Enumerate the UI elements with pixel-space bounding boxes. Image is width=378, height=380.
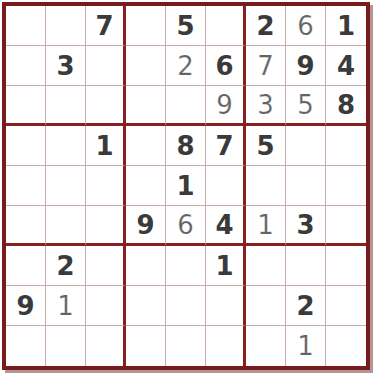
cell-r3c3[interactable] [86, 86, 126, 126]
cell-r4c1[interactable] [6, 126, 46, 166]
cell-r1c7[interactable]: 2 [246, 6, 286, 46]
cell-r7c4[interactable] [126, 246, 166, 286]
cell-r4c8[interactable] [286, 126, 326, 166]
cell-r3c2[interactable] [46, 86, 86, 126]
cell-r8c6[interactable] [206, 286, 246, 326]
sudoku-board: 7526132679493581875196413219121 [2, 2, 370, 370]
cell-r8c5[interactable] [166, 286, 206, 326]
cell-r9c8[interactable]: 1 [286, 326, 326, 366]
cell-r6c9[interactable] [326, 206, 366, 246]
cell-r3c4[interactable] [126, 86, 166, 126]
cell-r4c7[interactable]: 5 [246, 126, 286, 166]
cell-r2c6[interactable]: 6 [206, 46, 246, 86]
cell-r3c6[interactable]: 9 [206, 86, 246, 126]
cell-r8c2[interactable]: 1 [46, 286, 86, 326]
cell-r7c1[interactable] [6, 246, 46, 286]
cell-r3c9[interactable]: 8 [326, 86, 366, 126]
cell-r3c5[interactable] [166, 86, 206, 126]
cell-r4c4[interactable] [126, 126, 166, 166]
cell-r6c2[interactable] [46, 206, 86, 246]
cell-r6c5[interactable]: 6 [166, 206, 206, 246]
cell-r6c6[interactable]: 4 [206, 206, 246, 246]
cell-r8c8[interactable]: 2 [286, 286, 326, 326]
cell-r3c8[interactable]: 5 [286, 86, 326, 126]
cell-r8c7[interactable] [246, 286, 286, 326]
cell-r5c9[interactable] [326, 166, 366, 206]
cell-r9c7[interactable] [246, 326, 286, 366]
cell-r6c4[interactable]: 9 [126, 206, 166, 246]
cell-r7c7[interactable] [246, 246, 286, 286]
cell-r7c3[interactable] [86, 246, 126, 286]
cell-r9c2[interactable] [46, 326, 86, 366]
cell-r8c4[interactable] [126, 286, 166, 326]
cell-r2c3[interactable] [86, 46, 126, 86]
cell-r5c3[interactable] [86, 166, 126, 206]
cell-r9c3[interactable] [86, 326, 126, 366]
cell-r6c7[interactable]: 1 [246, 206, 286, 246]
cell-r5c8[interactable] [286, 166, 326, 206]
cell-r7c2[interactable]: 2 [46, 246, 86, 286]
cell-r2c8[interactable]: 9 [286, 46, 326, 86]
cell-r9c6[interactable] [206, 326, 246, 366]
cell-r4c3[interactable]: 1 [86, 126, 126, 166]
cell-r8c1[interactable]: 9 [6, 286, 46, 326]
cell-r9c4[interactable] [126, 326, 166, 366]
cell-r3c7[interactable]: 3 [246, 86, 286, 126]
cell-r4c6[interactable]: 7 [206, 126, 246, 166]
cell-r4c5[interactable]: 8 [166, 126, 206, 166]
cell-r7c9[interactable] [326, 246, 366, 286]
cell-r2c1[interactable] [6, 46, 46, 86]
cell-r1c5[interactable]: 5 [166, 6, 206, 46]
cell-r5c6[interactable] [206, 166, 246, 206]
cell-r5c4[interactable] [126, 166, 166, 206]
cell-r6c3[interactable] [86, 206, 126, 246]
cell-r1c2[interactable] [46, 6, 86, 46]
cell-r7c5[interactable] [166, 246, 206, 286]
cell-r9c5[interactable] [166, 326, 206, 366]
cell-r8c3[interactable] [86, 286, 126, 326]
cell-r5c5[interactable]: 1 [166, 166, 206, 206]
cell-r1c4[interactable] [126, 6, 166, 46]
cell-r7c6[interactable]: 1 [206, 246, 246, 286]
cell-r6c1[interactable] [6, 206, 46, 246]
cell-r1c1[interactable] [6, 6, 46, 46]
cell-r7c8[interactable] [286, 246, 326, 286]
cell-r1c9[interactable]: 1 [326, 6, 366, 46]
cell-r6c8[interactable]: 3 [286, 206, 326, 246]
cell-r2c2[interactable]: 3 [46, 46, 86, 86]
cell-r1c6[interactable] [206, 6, 246, 46]
cell-r2c4[interactable] [126, 46, 166, 86]
cell-r2c9[interactable]: 4 [326, 46, 366, 86]
cell-r4c2[interactable] [46, 126, 86, 166]
cell-r5c2[interactable] [46, 166, 86, 206]
sudoku-app: 7526132679493581875196413219121 [0, 0, 378, 380]
cell-r4c9[interactable] [326, 126, 366, 166]
cell-r1c3[interactable]: 7 [86, 6, 126, 46]
cell-r1c8[interactable]: 6 [286, 6, 326, 46]
cell-r5c1[interactable] [6, 166, 46, 206]
cell-r9c9[interactable] [326, 326, 366, 366]
cell-r8c9[interactable] [326, 286, 366, 326]
cell-r2c7[interactable]: 7 [246, 46, 286, 86]
cell-r2c5[interactable]: 2 [166, 46, 206, 86]
cell-r3c1[interactable] [6, 86, 46, 126]
cell-r9c1[interactable] [6, 326, 46, 366]
cell-r5c7[interactable] [246, 166, 286, 206]
